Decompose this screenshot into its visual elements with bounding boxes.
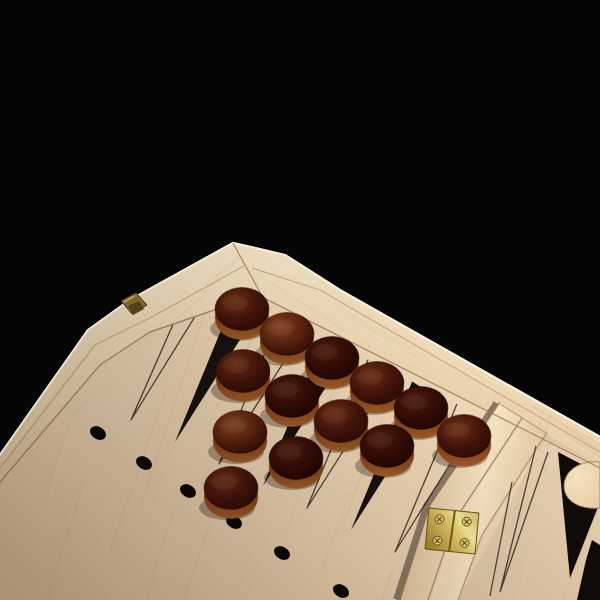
- backgammon-product-photo: [0, 0, 600, 600]
- scene-svg: [0, 0, 600, 600]
